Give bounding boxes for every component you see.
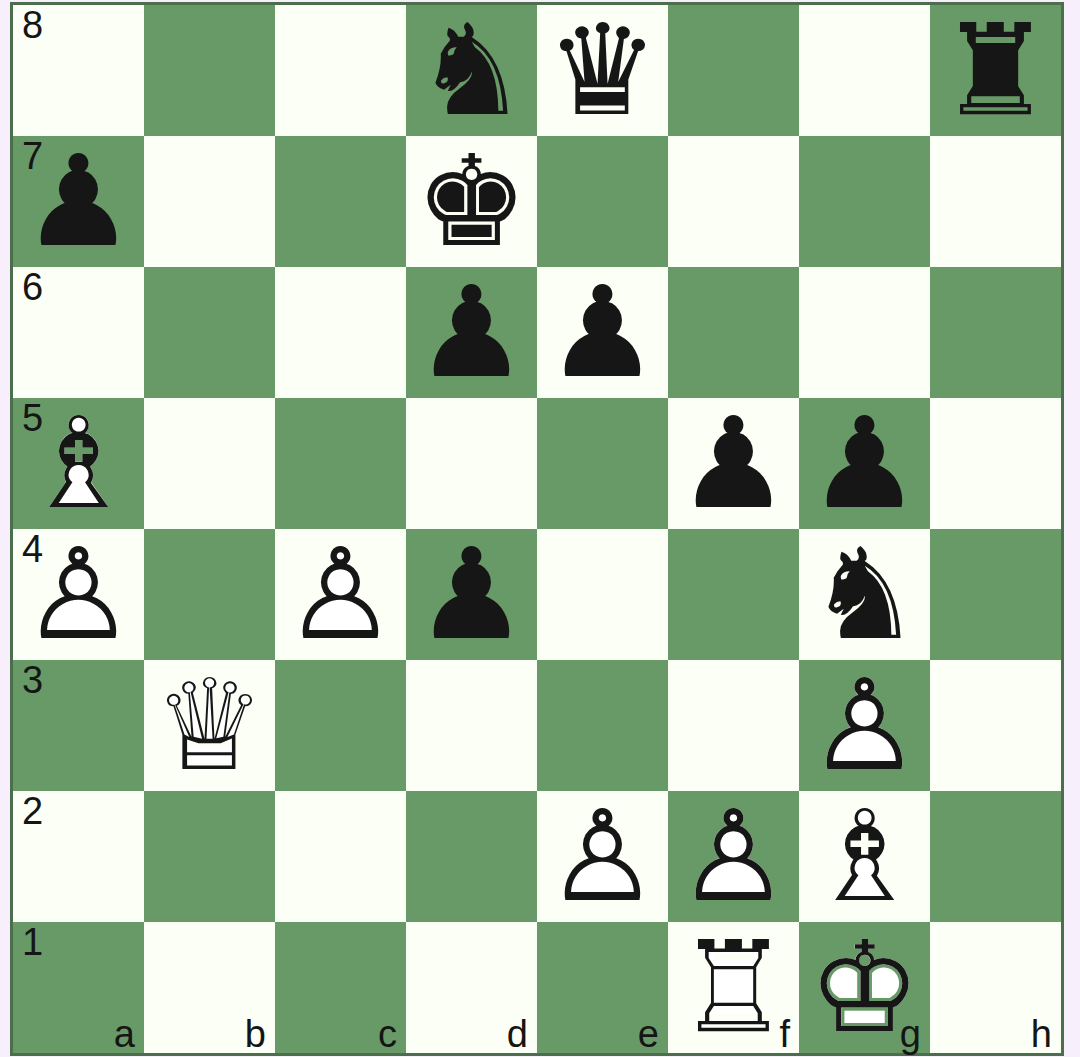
piece-white-king[interactable]: ♚♔ [799, 922, 930, 1053]
square-c4[interactable]: ♟♙ [275, 529, 406, 660]
piece-outline: ♙ [22, 529, 135, 660]
square-a6[interactable]: 6 [13, 267, 144, 398]
square-c5[interactable] [275, 398, 406, 529]
piece-glyph: ♟ [22, 136, 135, 267]
piece-glyph: ♞ [415, 5, 528, 136]
piece-outline: ♕ [153, 660, 266, 791]
square-a4[interactable]: 4♟♙ [13, 529, 144, 660]
square-f7[interactable] [668, 136, 799, 267]
rank-label-2: 2 [22, 792, 43, 832]
piece-outline: ♙ [808, 660, 921, 791]
piece-white-pawn[interactable]: ♟♙ [13, 529, 144, 660]
square-c6[interactable] [275, 267, 406, 398]
square-g2[interactable]: ♝♗ [799, 791, 930, 922]
piece-black-rook[interactable]: ♜ [930, 5, 1061, 136]
piece-white-pawn[interactable]: ♟♙ [537, 791, 668, 922]
square-h6[interactable] [930, 267, 1061, 398]
piece-glyph: ♟ [546, 267, 659, 398]
square-d4[interactable]: ♟ [406, 529, 537, 660]
piece-black-pawn[interactable]: ♟ [13, 136, 144, 267]
piece-outline: ♖ [677, 922, 790, 1053]
piece-outline: ♙ [546, 791, 659, 922]
square-b7[interactable] [144, 136, 275, 267]
square-g5[interactable]: ♟ [799, 398, 930, 529]
rank-label-3: 3 [22, 661, 43, 701]
piece-white-queen[interactable]: ♛♕ [144, 660, 275, 791]
square-g6[interactable] [799, 267, 930, 398]
board-frame: 8♞♛♜7♟♚6♟♟5♝♗♟♟4♟♙♟♙♟♞3♛♕♟♙2♟♙♟♙♝♗1abcde… [10, 2, 1064, 1056]
square-d5[interactable] [406, 398, 537, 529]
square-g7[interactable] [799, 136, 930, 267]
square-f5[interactable]: ♟ [668, 398, 799, 529]
piece-glyph: ♚ [415, 136, 528, 267]
square-c1[interactable]: c [275, 922, 406, 1053]
square-b4[interactable] [144, 529, 275, 660]
square-a8[interactable]: 8 [13, 5, 144, 136]
square-c3[interactable] [275, 660, 406, 791]
square-f3[interactable] [668, 660, 799, 791]
piece-black-pawn[interactable]: ♟ [406, 267, 537, 398]
square-d6[interactable]: ♟ [406, 267, 537, 398]
square-c7[interactable] [275, 136, 406, 267]
piece-black-pawn[interactable]: ♟ [406, 529, 537, 660]
piece-black-king[interactable]: ♚ [406, 136, 537, 267]
rank-label-6: 6 [22, 268, 43, 308]
piece-white-pawn[interactable]: ♟♙ [275, 529, 406, 660]
file-label-d: d [507, 1015, 528, 1055]
square-d1[interactable]: d [406, 922, 537, 1053]
piece-outline: ♙ [677, 791, 790, 922]
square-h3[interactable] [930, 660, 1061, 791]
piece-white-bishop[interactable]: ♝♗ [13, 398, 144, 529]
square-e2[interactable]: ♟♙ [537, 791, 668, 922]
piece-black-knight[interactable]: ♞ [799, 529, 930, 660]
square-b2[interactable] [144, 791, 275, 922]
square-a1[interactable]: 1a [13, 922, 144, 1053]
square-d8[interactable]: ♞ [406, 5, 537, 136]
piece-white-bishop[interactable]: ♝♗ [799, 791, 930, 922]
square-b3[interactable]: ♛♕ [144, 660, 275, 791]
rank-label-8: 8 [22, 6, 43, 46]
square-c8[interactable] [275, 5, 406, 136]
file-label-h: h [1031, 1015, 1052, 1055]
chess-board: 8♞♛♜7♟♚6♟♟5♝♗♟♟4♟♙♟♙♟♞3♛♕♟♙2♟♙♟♙♝♗1abcde… [13, 5, 1061, 1053]
piece-glyph: ♞ [808, 529, 921, 660]
page: 8♞♛♜7♟♚6♟♟5♝♗♟♟4♟♙♟♙♟♞3♛♕♟♙2♟♙♟♙♝♗1abcde… [0, 0, 1080, 1057]
square-g8[interactable] [799, 5, 930, 136]
square-a5[interactable]: 5♝♗ [13, 398, 144, 529]
square-d3[interactable] [406, 660, 537, 791]
square-a7[interactable]: 7♟ [13, 136, 144, 267]
piece-glyph: ♟ [415, 529, 528, 660]
piece-white-rook[interactable]: ♜♖ [668, 922, 799, 1053]
square-d2[interactable] [406, 791, 537, 922]
piece-glyph: ♟ [677, 398, 790, 529]
rank-label-1: 1 [22, 923, 43, 963]
square-b1[interactable]: b [144, 922, 275, 1053]
piece-outline: ♗ [22, 398, 135, 529]
square-b8[interactable] [144, 5, 275, 136]
square-e4[interactable] [537, 529, 668, 660]
piece-black-pawn[interactable]: ♟ [668, 398, 799, 529]
piece-glyph: ♜ [939, 5, 1052, 136]
piece-outline: ♗ [808, 791, 921, 922]
square-g1[interactable]: g♚♔ [799, 922, 930, 1053]
square-e5[interactable] [537, 398, 668, 529]
square-e6[interactable]: ♟ [537, 267, 668, 398]
file-label-c: c [378, 1015, 397, 1055]
piece-outline: ♙ [284, 529, 397, 660]
square-h1[interactable]: h [930, 922, 1061, 1053]
square-g4[interactable]: ♞ [799, 529, 930, 660]
square-f1[interactable]: f♜♖ [668, 922, 799, 1053]
piece-black-queen[interactable]: ♛ [537, 5, 668, 136]
square-f2[interactable]: ♟♙ [668, 791, 799, 922]
square-h2[interactable] [930, 791, 1061, 922]
file-label-b: b [245, 1015, 266, 1055]
piece-glyph: ♛ [546, 5, 659, 136]
piece-white-pawn[interactable]: ♟♙ [668, 791, 799, 922]
piece-outline: ♔ [808, 922, 921, 1053]
square-e1[interactable]: e [537, 922, 668, 1053]
square-f4[interactable] [668, 529, 799, 660]
square-c2[interactable] [275, 791, 406, 922]
file-label-a: a [114, 1015, 135, 1055]
square-h4[interactable] [930, 529, 1061, 660]
square-e3[interactable] [537, 660, 668, 791]
square-b5[interactable] [144, 398, 275, 529]
piece-glyph: ♟ [415, 267, 528, 398]
square-e8[interactable]: ♛ [537, 5, 668, 136]
square-f6[interactable] [668, 267, 799, 398]
square-e7[interactable] [537, 136, 668, 267]
square-h8[interactable]: ♜ [930, 5, 1061, 136]
piece-glyph: ♟ [808, 398, 921, 529]
square-h5[interactable] [930, 398, 1061, 529]
square-h7[interactable] [930, 136, 1061, 267]
piece-black-pawn[interactable]: ♟ [799, 398, 930, 529]
square-d7[interactable]: ♚ [406, 136, 537, 267]
piece-white-pawn[interactable]: ♟♙ [799, 660, 930, 791]
file-label-e: e [638, 1015, 659, 1055]
square-f8[interactable] [668, 5, 799, 136]
square-a3[interactable]: 3 [13, 660, 144, 791]
square-g3[interactable]: ♟♙ [799, 660, 930, 791]
piece-black-pawn[interactable]: ♟ [537, 267, 668, 398]
square-a2[interactable]: 2 [13, 791, 144, 922]
square-b6[interactable] [144, 267, 275, 398]
piece-black-knight[interactable]: ♞ [406, 5, 537, 136]
